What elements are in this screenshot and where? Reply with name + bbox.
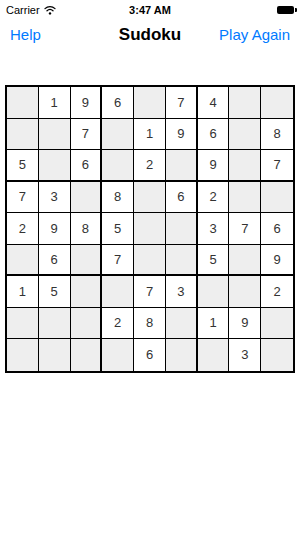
cell-r2c5[interactable]: 1	[134, 119, 166, 151]
cell-r3c1[interactable]: 5	[7, 150, 39, 182]
cell-r7c1[interactable]: 1	[7, 276, 39, 308]
cell-r2c8[interactable]	[229, 119, 261, 151]
cell-r3c5[interactable]: 2	[134, 150, 166, 182]
cell-r5c6[interactable]	[166, 213, 198, 245]
cell-r1c2[interactable]: 1	[39, 87, 71, 119]
cell-r9c6[interactable]	[166, 339, 198, 371]
cell-r1c7[interactable]: 4	[198, 87, 230, 119]
cell-r6c8[interactable]	[229, 245, 261, 277]
cell-r4c7[interactable]: 2	[198, 182, 230, 214]
cell-r6c1[interactable]	[7, 245, 39, 277]
cell-r3c4[interactable]	[102, 150, 134, 182]
cell-r8c3[interactable]	[71, 308, 103, 340]
nav-bar: Help Sudoku Play Again	[0, 20, 300, 50]
cell-r9c4[interactable]	[102, 339, 134, 371]
cell-r8c8[interactable]: 9	[229, 308, 261, 340]
cell-r2c6[interactable]: 9	[166, 119, 198, 151]
cell-r8c6[interactable]	[166, 308, 198, 340]
cell-r9c1[interactable]	[7, 339, 39, 371]
cell-r3c3[interactable]: 6	[71, 150, 103, 182]
cell-r2c7[interactable]: 6	[198, 119, 230, 151]
cell-r2c2[interactable]	[39, 119, 71, 151]
cell-r6c7[interactable]: 5	[198, 245, 230, 277]
cell-r7c8[interactable]	[229, 276, 261, 308]
cell-r1c8[interactable]	[229, 87, 261, 119]
cell-r8c1[interactable]	[7, 308, 39, 340]
cell-r3c7[interactable]: 9	[198, 150, 230, 182]
cell-r3c9[interactable]: 7	[261, 150, 293, 182]
cell-r9c5[interactable]: 6	[134, 339, 166, 371]
sudoku-grid: 1967471968562977386229853766759157322819…	[5, 85, 295, 373]
cell-r9c8[interactable]: 3	[229, 339, 261, 371]
cell-r7c3[interactable]	[71, 276, 103, 308]
cell-r5c3[interactable]: 8	[71, 213, 103, 245]
cell-r9c2[interactable]	[39, 339, 71, 371]
cell-r8c7[interactable]: 1	[198, 308, 230, 340]
cell-r2c4[interactable]	[102, 119, 134, 151]
cell-r4c6[interactable]: 6	[166, 182, 198, 214]
cell-r1c9[interactable]	[261, 87, 293, 119]
clock: 3:47 AM	[96, 4, 204, 16]
cell-r4c2[interactable]: 3	[39, 182, 71, 214]
cell-r2c1[interactable]	[7, 119, 39, 151]
cell-r6c6[interactable]	[166, 245, 198, 277]
cell-r1c1[interactable]	[7, 87, 39, 119]
cell-r6c4[interactable]: 7	[102, 245, 134, 277]
cell-r4c1[interactable]: 7	[7, 182, 39, 214]
cell-r3c8[interactable]	[229, 150, 261, 182]
help-button[interactable]: Help	[10, 26, 41, 43]
status-bar: Carrier 3:47 AM	[0, 0, 300, 20]
cell-r3c2[interactable]	[39, 150, 71, 182]
cell-r6c3[interactable]	[71, 245, 103, 277]
cell-r2c3[interactable]: 7	[71, 119, 103, 151]
board-area: 1967471968562977386229853766759157322819…	[5, 85, 300, 373]
cell-r8c2[interactable]	[39, 308, 71, 340]
carrier-label: Carrier	[6, 4, 40, 16]
wifi-icon	[44, 5, 56, 15]
cell-r5c2[interactable]: 9	[39, 213, 71, 245]
cell-r4c5[interactable]	[134, 182, 166, 214]
cell-r4c3[interactable]	[71, 182, 103, 214]
cell-r5c4[interactable]: 5	[102, 213, 134, 245]
cell-r7c5[interactable]: 7	[134, 276, 166, 308]
cell-r7c2[interactable]: 5	[39, 276, 71, 308]
cell-r4c8[interactable]	[229, 182, 261, 214]
cell-r8c5[interactable]: 8	[134, 308, 166, 340]
cell-r6c5[interactable]	[134, 245, 166, 277]
cell-r9c3[interactable]	[71, 339, 103, 371]
cell-r7c7[interactable]	[198, 276, 230, 308]
cell-r5c7[interactable]: 3	[198, 213, 230, 245]
cell-r6c2[interactable]: 6	[39, 245, 71, 277]
cell-r1c5[interactable]	[134, 87, 166, 119]
cell-r4c4[interactable]: 8	[102, 182, 134, 214]
cell-r1c4[interactable]: 6	[102, 87, 134, 119]
cell-r5c1[interactable]: 2	[7, 213, 39, 245]
cell-r8c4[interactable]: 2	[102, 308, 134, 340]
cell-r1c3[interactable]: 9	[71, 87, 103, 119]
cell-r5c5[interactable]	[134, 213, 166, 245]
cell-r2c9[interactable]: 8	[261, 119, 293, 151]
cell-r9c9[interactable]	[261, 339, 293, 371]
cell-r7c6[interactable]: 3	[166, 276, 198, 308]
cell-r5c8[interactable]: 7	[229, 213, 261, 245]
cell-r8c9[interactable]	[261, 308, 293, 340]
cell-r7c9[interactable]: 2	[261, 276, 293, 308]
cell-r6c9[interactable]: 9	[261, 245, 293, 277]
cell-r1c6[interactable]: 7	[166, 87, 198, 119]
page-title: Sudoku	[119, 25, 181, 45]
cell-r3c6[interactable]	[166, 150, 198, 182]
cell-r9c7[interactable]	[198, 339, 230, 371]
cell-r7c4[interactable]	[102, 276, 134, 308]
cell-r4c9[interactable]	[261, 182, 293, 214]
cell-r5c9[interactable]: 6	[261, 213, 293, 245]
play-again-button[interactable]: Play Again	[219, 26, 290, 43]
battery-icon	[277, 6, 294, 14]
